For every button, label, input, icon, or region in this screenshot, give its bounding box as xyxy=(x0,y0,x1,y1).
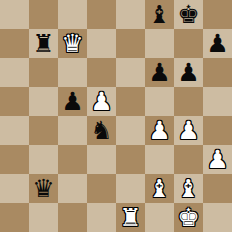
square-e3[interactable] xyxy=(116,145,145,174)
white-king[interactable]: ♚ xyxy=(177,203,199,232)
square-g2[interactable]: ♝ xyxy=(174,174,203,203)
square-g1[interactable]: ♚ xyxy=(174,203,203,232)
square-c4[interactable] xyxy=(58,116,87,145)
square-c7[interactable]: ♛ xyxy=(58,29,87,58)
white-pawn[interactable]: ♟ xyxy=(206,145,228,174)
square-a5[interactable] xyxy=(0,87,29,116)
white-queen[interactable]: ♛ xyxy=(61,29,83,58)
square-e1[interactable]: ♜ xyxy=(116,203,145,232)
square-c5[interactable]: ♟ xyxy=(58,87,87,116)
square-c8[interactable] xyxy=(58,0,87,29)
square-e2[interactable] xyxy=(116,174,145,203)
square-f6[interactable]: ♟ xyxy=(145,58,174,87)
white-bishop[interactable]: ♝ xyxy=(148,174,170,203)
square-c2[interactable] xyxy=(58,174,87,203)
square-d5[interactable]: ♟ xyxy=(87,87,116,116)
square-a2[interactable] xyxy=(0,174,29,203)
square-a3[interactable] xyxy=(0,145,29,174)
square-e8[interactable] xyxy=(116,0,145,29)
square-f1[interactable] xyxy=(145,203,174,232)
chess-board: ♝♚♜♛♟♟♟♟♟♞♟♟♟♛♝♝♜♚ xyxy=(0,0,232,232)
square-f2[interactable]: ♝ xyxy=(145,174,174,203)
square-e7[interactable] xyxy=(116,29,145,58)
square-b7[interactable]: ♜ xyxy=(29,29,58,58)
square-h6[interactable] xyxy=(203,58,232,87)
square-a7[interactable] xyxy=(0,29,29,58)
square-g7[interactable] xyxy=(174,29,203,58)
square-h4[interactable] xyxy=(203,116,232,145)
square-a1[interactable] xyxy=(0,203,29,232)
black-queen[interactable]: ♛ xyxy=(32,174,54,203)
square-d1[interactable] xyxy=(87,203,116,232)
square-f7[interactable] xyxy=(145,29,174,58)
square-c3[interactable] xyxy=(58,145,87,174)
square-d4[interactable]: ♞ xyxy=(87,116,116,145)
square-d6[interactable] xyxy=(87,58,116,87)
black-pawn[interactable]: ♟ xyxy=(148,58,170,87)
square-d8[interactable] xyxy=(87,0,116,29)
black-king[interactable]: ♚ xyxy=(177,0,199,29)
square-h7[interactable]: ♟ xyxy=(203,29,232,58)
square-f4[interactable]: ♟ xyxy=(145,116,174,145)
white-bishop[interactable]: ♝ xyxy=(177,174,199,203)
square-g3[interactable] xyxy=(174,145,203,174)
black-bishop[interactable]: ♝ xyxy=(148,0,170,29)
square-b5[interactable] xyxy=(29,87,58,116)
square-b6[interactable] xyxy=(29,58,58,87)
square-g6[interactable]: ♟ xyxy=(174,58,203,87)
square-h1[interactable] xyxy=(203,203,232,232)
square-b3[interactable] xyxy=(29,145,58,174)
square-e4[interactable] xyxy=(116,116,145,145)
black-pawn[interactable]: ♟ xyxy=(61,87,83,116)
white-pawn[interactable]: ♟ xyxy=(90,87,112,116)
white-pawn[interactable]: ♟ xyxy=(177,116,199,145)
square-b8[interactable] xyxy=(29,0,58,29)
square-h2[interactable] xyxy=(203,174,232,203)
square-d3[interactable] xyxy=(87,145,116,174)
square-c6[interactable] xyxy=(58,58,87,87)
square-b4[interactable] xyxy=(29,116,58,145)
square-a6[interactable] xyxy=(0,58,29,87)
square-d2[interactable] xyxy=(87,174,116,203)
square-b1[interactable] xyxy=(29,203,58,232)
square-h8[interactable] xyxy=(203,0,232,29)
square-f3[interactable] xyxy=(145,145,174,174)
black-knight[interactable]: ♞ xyxy=(90,116,112,145)
white-rook[interactable]: ♜ xyxy=(119,203,141,232)
square-a8[interactable] xyxy=(0,0,29,29)
black-rook[interactable]: ♜ xyxy=(32,29,54,58)
square-h5[interactable] xyxy=(203,87,232,116)
square-e6[interactable] xyxy=(116,58,145,87)
square-e5[interactable] xyxy=(116,87,145,116)
square-a4[interactable] xyxy=(0,116,29,145)
square-h3[interactable]: ♟ xyxy=(203,145,232,174)
square-f8[interactable]: ♝ xyxy=(145,0,174,29)
black-pawn[interactable]: ♟ xyxy=(206,29,228,58)
square-d7[interactable] xyxy=(87,29,116,58)
square-g4[interactable]: ♟ xyxy=(174,116,203,145)
square-g8[interactable]: ♚ xyxy=(174,0,203,29)
black-pawn[interactable]: ♟ xyxy=(177,58,199,87)
square-f5[interactable] xyxy=(145,87,174,116)
square-b2[interactable]: ♛ xyxy=(29,174,58,203)
white-pawn[interactable]: ♟ xyxy=(148,116,170,145)
square-c1[interactable] xyxy=(58,203,87,232)
square-g5[interactable] xyxy=(174,87,203,116)
